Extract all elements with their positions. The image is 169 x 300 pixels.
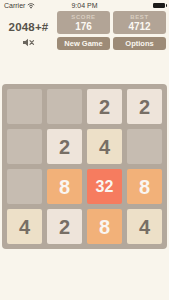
board[interactable]: 222483284284 [2,84,167,249]
cell-empty-r3c1 [7,169,42,204]
button-row: New Game Options [57,37,166,50]
tile-8: 8 [47,169,82,204]
title-block: 2048+# [0,11,57,51]
cell-empty-r2c1 [7,129,42,164]
new-game-button[interactable]: New Game [57,37,110,50]
cell-empty-r1c2 [47,89,82,124]
tile-8: 8 [87,209,122,244]
best-value: 4712 [113,21,166,32]
tile-4: 4 [127,209,162,244]
carrier-label: Carrier [4,2,25,9]
battery-icon [153,3,165,8]
app-title: 2048+# [0,21,57,33]
score-value: 176 [57,21,110,32]
tile-4: 4 [7,209,42,244]
score-row: SCORE 176 BEST 4712 [57,11,166,34]
tile-4: 4 [87,129,122,164]
score-box: SCORE 176 [57,11,110,34]
tile-8: 8 [127,169,162,204]
header-panel: SCORE 176 BEST 4712 New Game Options [57,11,166,50]
tile-2: 2 [47,129,82,164]
options-button[interactable]: Options [113,37,166,50]
tile-2: 2 [87,89,122,124]
cell-empty-r1c1 [7,89,42,124]
tile-2: 2 [47,209,82,244]
score-label: SCORE [57,14,110,20]
cell-empty-r2c4 [127,129,162,164]
app-screen: Carrier 9:04 PM 2048+# SCORE 176 [0,0,169,300]
status-bar: Carrier 9:04 PM [0,0,169,11]
status-bar-left: Carrier [4,2,35,9]
tile-32: 32 [87,169,122,204]
wifi-icon [27,2,35,9]
best-label: BEST [113,14,166,20]
mute-speaker-icon[interactable] [23,38,35,47]
best-box: BEST 4712 [113,11,166,34]
tile-2: 2 [127,89,162,124]
